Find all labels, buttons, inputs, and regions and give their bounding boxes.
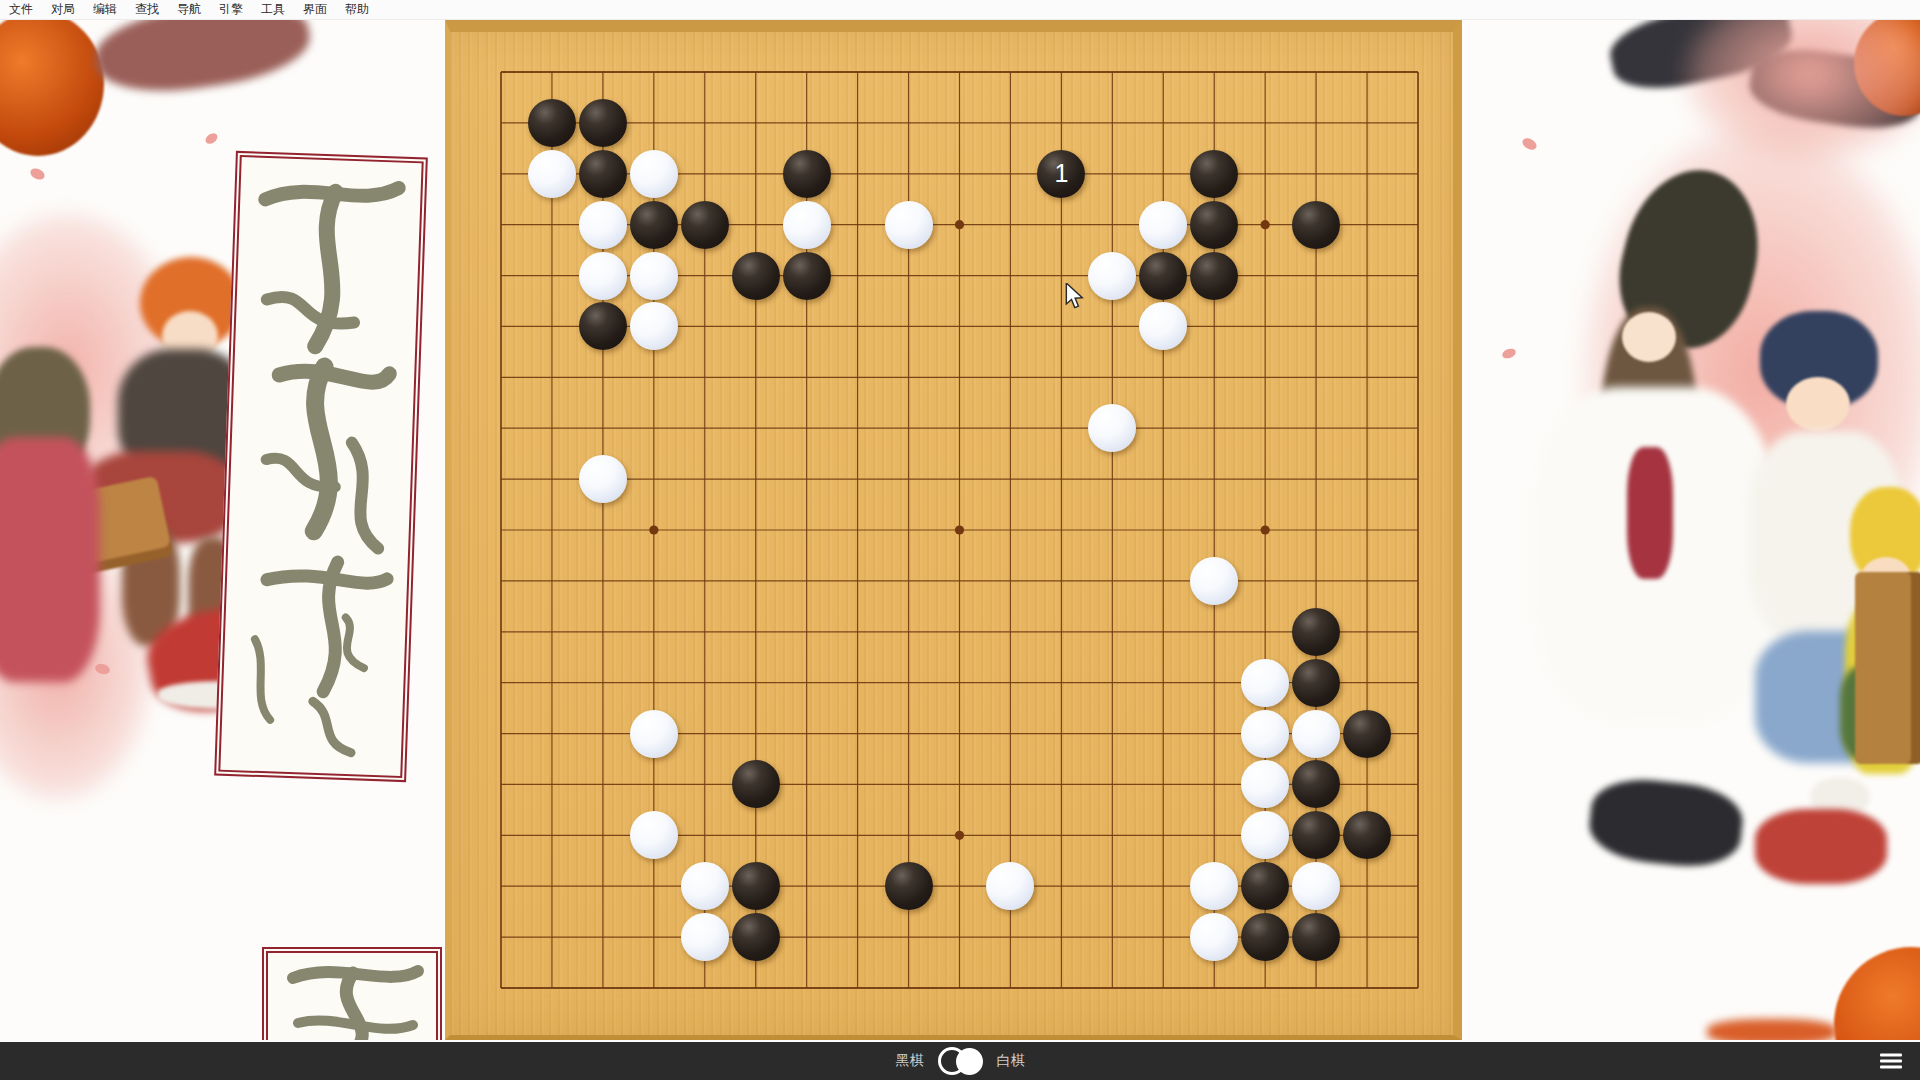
artwork-right-panel — [1462, 19, 1920, 1040]
black-stone[interactable] — [1292, 201, 1340, 249]
black-stone[interactable] — [732, 760, 780, 808]
character-kimono-art — [0, 437, 100, 682]
black-stone[interactable] — [579, 302, 627, 350]
white-stone[interactable] — [630, 302, 678, 350]
black-stone[interactable] — [1139, 252, 1187, 300]
white-stone[interactable] — [1088, 252, 1136, 300]
black-stone[interactable] — [732, 862, 780, 910]
sai-face-art — [1622, 312, 1676, 362]
white-stone[interactable] — [630, 150, 678, 198]
menu-bar: 文件对局编辑查找导航引擎工具界面帮助 — [0, 0, 1920, 20]
go-bowl-art — [1834, 947, 1920, 1040]
white-stone[interactable] — [986, 862, 1034, 910]
white-player-label: 白棋 — [997, 1052, 1025, 1070]
menu-item-8[interactable]: 界面 — [294, 0, 336, 19]
stones-layer: 1 — [501, 72, 1418, 988]
black-stone[interactable] — [1190, 150, 1238, 198]
calligraphy-scroll-art — [214, 151, 428, 782]
white-stone[interactable] — [1088, 404, 1136, 452]
black-stone[interactable] — [579, 99, 627, 147]
black-stone[interactable] — [1190, 252, 1238, 300]
sai-robe-accent-art — [1627, 447, 1673, 579]
black-stone[interactable] — [1292, 608, 1340, 656]
white-stone[interactable] — [1190, 862, 1238, 910]
black-stone[interactable] — [1343, 710, 1391, 758]
black-stone[interactable] — [885, 862, 933, 910]
goban-edge-art — [1855, 572, 1920, 764]
white-stone[interactable] — [1190, 913, 1238, 961]
petal-art — [204, 131, 220, 146]
move-number-label: 1 — [1054, 161, 1068, 186]
white-side-circle-icon — [956, 1048, 983, 1075]
black-stone[interactable] — [579, 150, 627, 198]
petal-art — [29, 166, 47, 181]
artwork-left-panel — [0, 19, 445, 1040]
go-board[interactable]: 1 — [445, 19, 1462, 1040]
white-stone[interactable] — [681, 913, 729, 961]
white-stone[interactable] — [1241, 811, 1289, 859]
white-stone[interactable] — [783, 201, 831, 249]
petal-art — [1521, 136, 1539, 152]
black-stone[interactable] — [1241, 862, 1289, 910]
white-stone[interactable] — [579, 252, 627, 300]
black-stone[interactable] — [1241, 913, 1289, 961]
white-stone[interactable] — [1139, 302, 1187, 350]
sneaker-art — [1586, 774, 1746, 871]
menu-item-1[interactable]: 文件 — [0, 0, 42, 19]
menu-item-6[interactable]: 引擎 — [210, 0, 252, 19]
board-grid-area[interactable]: 1 — [501, 72, 1418, 988]
shoe-art — [90, 19, 314, 102]
white-stone[interactable] — [630, 252, 678, 300]
bottom-toolbar: 黑棋 白棋 — [0, 1042, 1920, 1080]
black-stone[interactable] — [1292, 913, 1340, 961]
black-stone[interactable] — [681, 201, 729, 249]
menu-item-2[interactable]: 对局 — [42, 0, 84, 19]
white-stone[interactable] — [1241, 760, 1289, 808]
white-stone[interactable] — [885, 201, 933, 249]
menu-item-3[interactable]: 编辑 — [84, 0, 126, 19]
white-stone[interactable] — [1241, 659, 1289, 707]
white-stone[interactable] — [528, 150, 576, 198]
black-stone[interactable] — [1292, 760, 1340, 808]
white-stone[interactable] — [1241, 710, 1289, 758]
calligraphy-art — [220, 157, 421, 776]
menu-item-9[interactable]: 帮助 — [336, 0, 378, 19]
touya-face-art — [1786, 377, 1850, 431]
color-toggle-group: 黑棋 白棋 — [896, 1047, 1025, 1075]
menu-item-4[interactable]: 查找 — [126, 0, 168, 19]
black-stone[interactable] — [1292, 811, 1340, 859]
white-stone[interactable] — [1292, 710, 1340, 758]
white-stone[interactable] — [579, 455, 627, 503]
menu-item-5[interactable]: 导航 — [168, 0, 210, 19]
black-stone[interactable] — [732, 252, 780, 300]
petal-spill-art — [1707, 1019, 1837, 1040]
black-stone[interactable] — [783, 252, 831, 300]
white-stone[interactable] — [1139, 201, 1187, 249]
black-stone[interactable] — [528, 99, 576, 147]
black-stone[interactable] — [1292, 659, 1340, 707]
black-stone[interactable] — [630, 201, 678, 249]
menu-item-7[interactable]: 工具 — [252, 0, 294, 19]
black-stone[interactable] — [1190, 201, 1238, 249]
black-player-label: 黑棋 — [896, 1052, 924, 1070]
hamburger-menu-icon[interactable] — [1880, 1051, 1902, 1072]
black-stone[interactable] — [783, 150, 831, 198]
white-stone[interactable] — [630, 710, 678, 758]
sandal-art — [1755, 809, 1887, 884]
white-stone[interactable] — [681, 862, 729, 910]
calligraphy-art — [268, 953, 436, 1040]
color-toggle[interactable] — [938, 1047, 983, 1075]
white-stone[interactable] — [1190, 557, 1238, 605]
black-stone[interactable] — [1343, 811, 1391, 859]
white-stone[interactable] — [1292, 862, 1340, 910]
marked-stone-move-1[interactable]: 1 — [1037, 150, 1085, 198]
petal-art — [1501, 347, 1517, 360]
go-bowl-art — [0, 19, 104, 156]
calligraphy-scroll-art — [262, 947, 442, 1040]
black-stone[interactable] — [732, 913, 780, 961]
white-stone[interactable] — [579, 201, 627, 249]
white-stone[interactable] — [630, 811, 678, 859]
